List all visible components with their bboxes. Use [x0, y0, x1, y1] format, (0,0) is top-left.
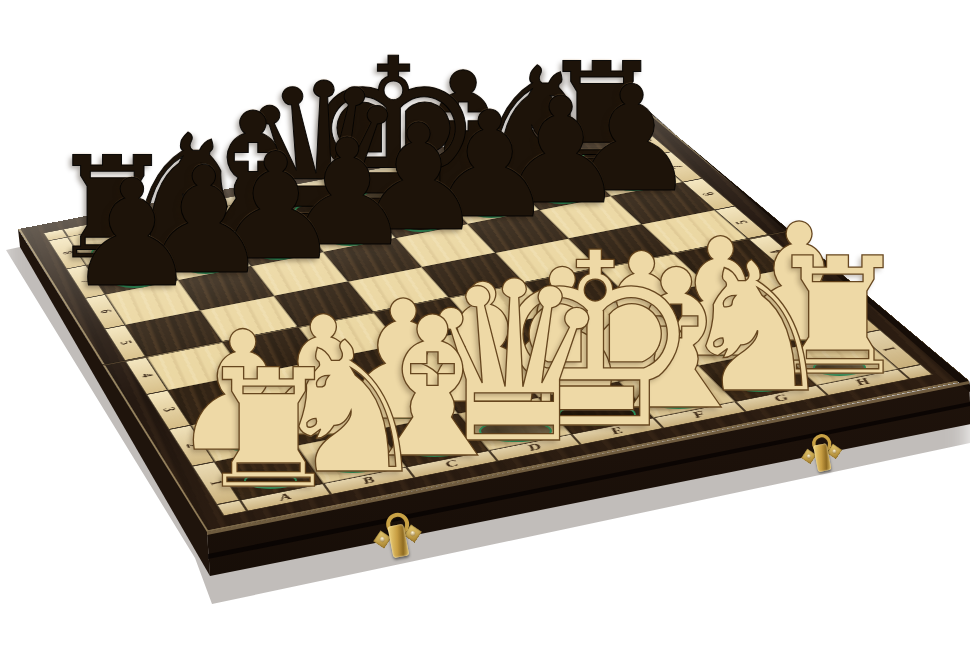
chess-set-photo-scene: ABCDEFGH 87654321 87654321 ♜♞♝♛♚♝♞♜♟♟♟♟♟… [0, 0, 970, 646]
piece-black-pawn-a7[interactable]: ♟ [51, 161, 214, 309]
pieces-layer: ♜♞♝♛♚♝♞♜♟♟♟♟♟♟♟♟♟♟♟♟♟♟♟♟♜♞♝♛♚♝♞♜ [0, 0, 970, 646]
piece-white-rook-a1[interactable]: ♜ [178, 348, 358, 512]
